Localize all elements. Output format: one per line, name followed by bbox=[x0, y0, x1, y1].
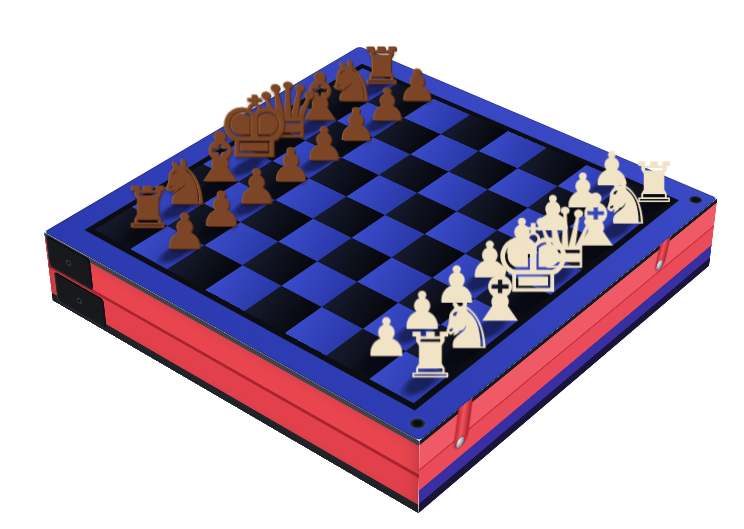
grommet-hole-right-corner bbox=[687, 195, 705, 205]
piece-black-pawn[interactable]: ♟ bbox=[162, 207, 206, 256]
square[interactable] bbox=[385, 193, 457, 234]
chess-set-photo: ♜♞♝♚♛♝♞♜♟♟♟♟♟♟♟♟♟♟♟♟♟♟♟♟♜♞♝♚♛♝♞♜ bbox=[0, 0, 744, 529]
handle-screw bbox=[456, 435, 465, 450]
piece-white-rook[interactable]: ♜ bbox=[402, 324, 459, 387]
rivet bbox=[77, 297, 82, 305]
latch-screw bbox=[655, 259, 663, 272]
rivet bbox=[66, 259, 71, 267]
board-lid: ♜♞♝♚♛♝♞♜♟♟♟♟♟♟♟♟♟♟♟♟♟♟♟♟♜♞♝♚♛♝♞♜ bbox=[44, 46, 718, 441]
chess-box: ♜♞♝♚♛♝♞♜♟♟♟♟♟♟♟♟♟♟♟♟♟♟♟♟♜♞♝♚♛♝♞♜ bbox=[44, 46, 718, 441]
stage: ♜♞♝♚♛♝♞♜♟♟♟♟♟♟♟♟♟♟♟♟♟♟♟♟♜♞♝♚♛♝♞♜ bbox=[0, 0, 744, 529]
grommet-hole-near-corner bbox=[407, 416, 428, 430]
